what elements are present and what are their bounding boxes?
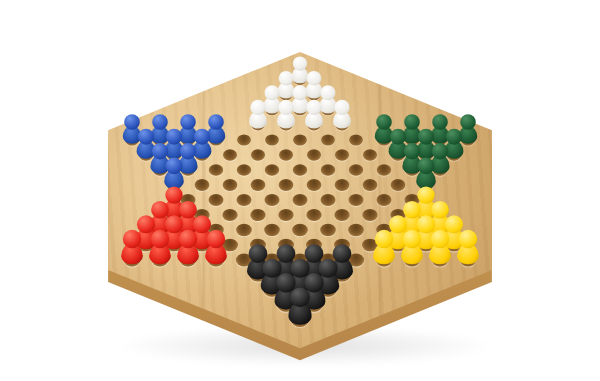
peg-head bbox=[376, 114, 392, 130]
cell-layer bbox=[0, 0, 600, 381]
hole-r9c4[interactable] bbox=[265, 194, 280, 206]
hole-r8c8[interactable] bbox=[363, 179, 378, 191]
hole-r11c4[interactable] bbox=[236, 224, 252, 236]
hole-r7c7[interactable] bbox=[321, 164, 335, 176]
peg-black-r17c1[interactable] bbox=[286, 288, 314, 327]
hole-r11c8[interactable] bbox=[348, 224, 364, 236]
peg-red-r13c2[interactable] bbox=[147, 230, 173, 267]
hole-r9c6[interactable] bbox=[321, 194, 336, 206]
peg-head bbox=[208, 114, 224, 130]
peg-white-r4c3[interactable] bbox=[303, 100, 325, 131]
peg-head bbox=[123, 230, 141, 248]
hole-r9c7[interactable] bbox=[349, 194, 364, 206]
peg-red-r13c1[interactable] bbox=[119, 230, 145, 267]
peg-red-r13c3[interactable] bbox=[175, 230, 201, 267]
peg-head bbox=[306, 100, 321, 115]
peg-head bbox=[278, 100, 293, 115]
hole-r6c6[interactable] bbox=[279, 149, 293, 160]
peg-head bbox=[279, 71, 294, 86]
hole-r8c2[interactable] bbox=[195, 179, 210, 191]
hole-r6c5[interactable] bbox=[251, 149, 265, 160]
hole-r5c8[interactable] bbox=[321, 134, 335, 145]
hole-r10c4[interactable] bbox=[250, 209, 265, 221]
peg-head bbox=[321, 85, 336, 100]
peg-head bbox=[459, 230, 477, 248]
hole-r8c5[interactable] bbox=[279, 179, 294, 191]
peg-head bbox=[293, 85, 308, 100]
hole-r7c9[interactable] bbox=[377, 164, 391, 176]
hole-r6c9[interactable] bbox=[363, 149, 377, 160]
peg-head bbox=[250, 100, 265, 115]
peg-white-r4c2[interactable] bbox=[275, 100, 297, 131]
peg-red-r13c4[interactable] bbox=[203, 230, 229, 267]
hole-r8c6[interactable] bbox=[307, 179, 322, 191]
hole-r9c8[interactable] bbox=[377, 194, 392, 206]
hole-r5c5[interactable] bbox=[237, 134, 251, 145]
hole-r10c6[interactable] bbox=[306, 209, 321, 221]
hole-r8c7[interactable] bbox=[335, 179, 350, 191]
scene bbox=[0, 0, 600, 381]
peg-head bbox=[124, 114, 140, 130]
hole-r9c3[interactable] bbox=[237, 194, 252, 206]
peg-head bbox=[418, 158, 435, 175]
hole-r7c4[interactable] bbox=[237, 164, 251, 176]
hole-r6c7[interactable] bbox=[307, 149, 321, 160]
peg-white-r4c1[interactable] bbox=[247, 100, 269, 131]
hole-r11c7[interactable] bbox=[320, 224, 336, 236]
hole-r5c6[interactable] bbox=[265, 134, 279, 145]
peg-head bbox=[432, 114, 448, 130]
hole-r8c9[interactable] bbox=[391, 179, 406, 191]
hole-r10c3[interactable] bbox=[222, 209, 237, 221]
hole-r6c4[interactable] bbox=[223, 149, 237, 160]
peg-yellow-r13c12[interactable] bbox=[427, 230, 453, 267]
hole-r7c6[interactable] bbox=[293, 164, 307, 176]
peg-head bbox=[431, 230, 449, 248]
hole-r10c7[interactable] bbox=[334, 209, 349, 221]
peg-head bbox=[460, 114, 476, 130]
hole-r9c5[interactable] bbox=[293, 194, 308, 206]
hole-r7c5[interactable] bbox=[265, 164, 279, 176]
peg-yellow-r13c10[interactable] bbox=[371, 230, 397, 267]
hole-r5c9[interactable] bbox=[349, 134, 363, 145]
peg-yellow-r13c13[interactable] bbox=[455, 230, 481, 267]
hole-r7c8[interactable] bbox=[349, 164, 363, 176]
hole-r7c3[interactable] bbox=[209, 164, 223, 176]
peg-head bbox=[207, 230, 225, 248]
hole-r10c5[interactable] bbox=[278, 209, 293, 221]
hole-r11c6[interactable] bbox=[292, 224, 308, 236]
peg-head bbox=[404, 114, 420, 130]
hole-r6c8[interactable] bbox=[335, 149, 349, 160]
peg-head bbox=[152, 114, 168, 130]
hole-r5c7[interactable] bbox=[293, 134, 307, 145]
peg-head bbox=[375, 230, 393, 248]
peg-head bbox=[265, 85, 280, 100]
hole-r8c4[interactable] bbox=[251, 179, 266, 191]
hole-r11c5[interactable] bbox=[264, 224, 280, 236]
hole-r9c2[interactable] bbox=[209, 194, 224, 206]
hole-r8c3[interactable] bbox=[223, 179, 238, 191]
peg-head bbox=[403, 230, 421, 248]
hole-r10c8[interactable] bbox=[362, 209, 377, 221]
peg-white-r4c4[interactable] bbox=[331, 100, 353, 131]
peg-head bbox=[293, 56, 307, 70]
peg-head bbox=[179, 230, 197, 248]
peg-head bbox=[180, 114, 196, 130]
peg-head bbox=[290, 288, 310, 308]
peg-head bbox=[166, 158, 183, 175]
peg-head bbox=[151, 230, 169, 248]
peg-yellow-r13c11[interactable] bbox=[399, 230, 425, 267]
peg-head bbox=[334, 100, 349, 115]
peg-head bbox=[307, 71, 322, 86]
